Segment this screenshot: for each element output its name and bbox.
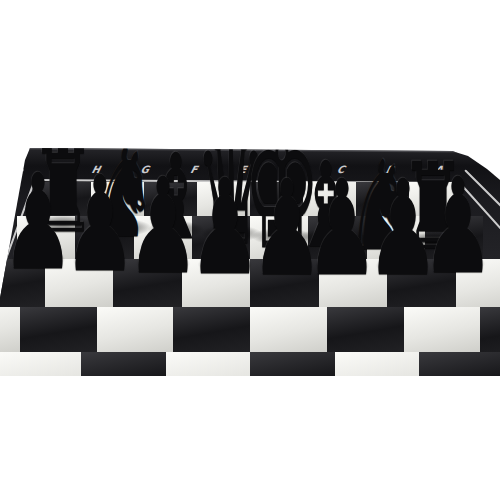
photo-background: HGFEDCBA ♜♞♝♛♚♝♞♜♟♟♟♟♟♟♟♟: [0, 0, 500, 500]
square-light: [97, 307, 174, 352]
board-photo: HGFEDCBA ♜♞♝♛♚♝♞♜♟♟♟♟♟♟♟♟: [0, 0, 500, 500]
square-light: [0, 352, 81, 408]
square-dark: [327, 307, 404, 352]
square-dark: [81, 352, 166, 408]
board-row: [0, 307, 500, 352]
piece-pawn-h7: ♟: [408, 160, 500, 292]
square-dark: [20, 307, 97, 352]
square-light: [0, 307, 20, 352]
square-light: [250, 307, 327, 352]
board-row: [0, 352, 500, 408]
square-light: [404, 307, 481, 352]
square-dark: [173, 307, 250, 352]
square-dark: [419, 352, 500, 408]
square-light: [335, 352, 420, 408]
square-light: [166, 352, 251, 408]
square-dark: [250, 352, 335, 408]
square-dark: [480, 307, 500, 352]
